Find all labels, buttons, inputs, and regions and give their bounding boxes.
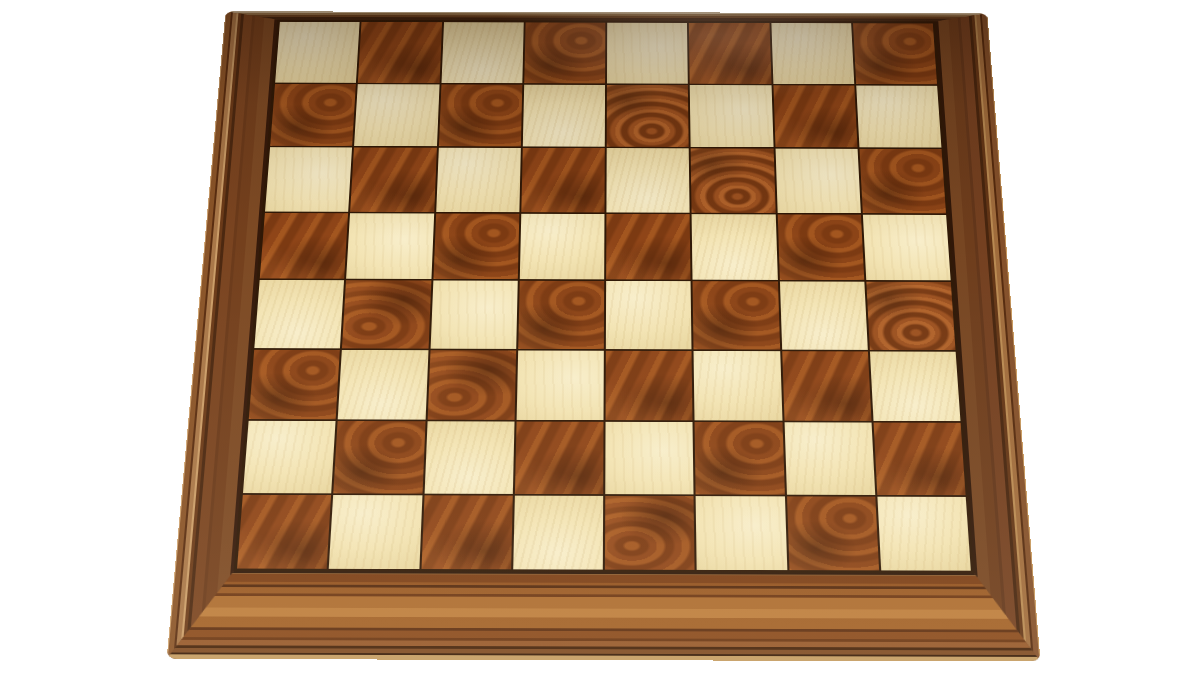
square-b3 [338,350,428,420]
square-d2 [515,422,604,494]
square-g3 [782,351,871,421]
square-c5 [433,213,519,279]
board-frame-bottom [167,571,1041,661]
square-h8 [853,23,937,84]
square-a2 [243,421,336,493]
square-d4 [518,281,604,349]
square-c4 [430,280,517,348]
square-g2 [784,422,875,494]
square-f2 [695,422,785,494]
square-g5 [777,214,864,280]
square-d3 [516,350,603,420]
square-h1 [877,496,971,570]
square-c6 [436,148,521,212]
square-f7 [690,85,773,147]
square-b4 [342,280,431,348]
square-h5 [863,214,951,280]
square-e6 [606,148,689,212]
square-b7 [354,84,439,146]
square-a4 [254,280,344,348]
square-h4 [866,282,955,350]
square-a7 [270,84,356,146]
square-b1 [329,495,422,569]
square-e8 [607,23,688,84]
square-c2 [424,421,514,493]
square-b5 [346,213,433,279]
square-f5 [692,214,778,280]
square-f1 [696,496,787,570]
square-e3 [606,350,693,420]
square-h6 [859,149,946,213]
square-a6 [265,147,352,211]
square-e2 [605,422,694,494]
square-f8 [689,23,771,84]
square-h3 [870,351,961,421]
square-h2 [873,423,965,495]
square-a3 [249,349,340,419]
square-d6 [521,148,605,212]
square-g4 [779,281,867,349]
square-g1 [786,496,878,570]
square-e5 [606,214,691,280]
square-d7 [523,84,606,146]
square-a5 [260,213,349,279]
square-b2 [334,421,425,493]
square-a8 [275,22,360,83]
square-f3 [694,351,782,421]
square-c8 [441,22,523,83]
photo-background [0,0,1200,675]
square-b8 [358,22,442,83]
square-d8 [524,22,605,83]
square-c7 [438,84,522,146]
square-g6 [775,149,861,213]
square-f4 [693,281,780,349]
square-g7 [773,85,857,147]
square-a1 [237,494,331,568]
square-e1 [605,495,695,569]
square-d1 [513,495,603,569]
square-g8 [771,23,854,84]
square-e7 [607,85,689,147]
square-e4 [606,281,692,349]
playing-area [234,20,975,574]
square-b6 [350,147,436,211]
square-h7 [856,85,941,147]
square-d5 [520,213,605,279]
square-c1 [421,495,513,569]
chess-board [167,11,1041,661]
square-f6 [691,148,775,212]
square-c3 [427,350,516,420]
